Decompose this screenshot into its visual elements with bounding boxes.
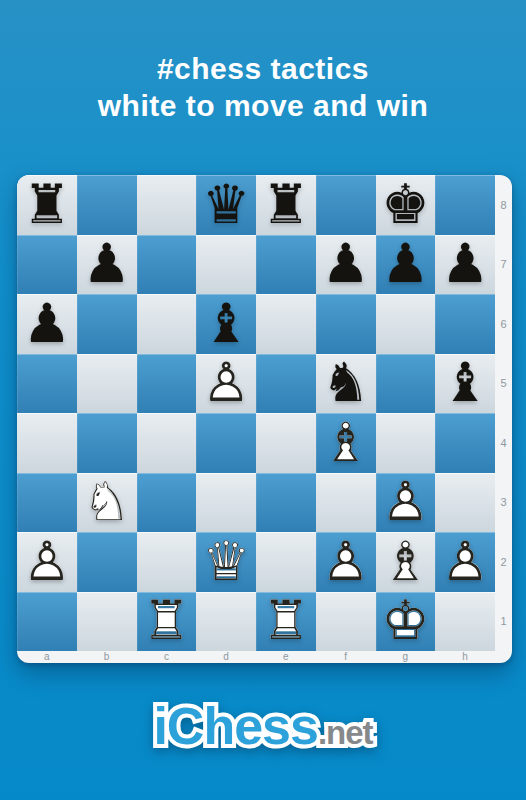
page-title: #chess tactics white to move and win [0, 50, 526, 124]
black-rook: ♜ [17, 175, 77, 235]
square-d6[interactable]: ♝ [196, 294, 256, 354]
square-c6[interactable] [137, 294, 197, 354]
square-e3[interactable] [256, 473, 316, 533]
rank-label-2: 2 [495, 532, 512, 592]
square-f5[interactable]: ♞ [316, 354, 376, 414]
file-label-d: d [196, 651, 256, 663]
square-c2[interactable] [137, 532, 197, 592]
square-b3[interactable]: ♞♘ [77, 473, 137, 533]
black-queen: ♛ [196, 175, 256, 235]
white-bishop: ♝♗ [316, 413, 376, 473]
black-pawn: ♟ [77, 235, 137, 295]
square-b5[interactable] [77, 354, 137, 414]
square-c8[interactable] [137, 175, 197, 235]
rank-label-8: 8 [495, 175, 512, 235]
black-knight: ♞ [316, 354, 376, 414]
square-g5[interactable] [376, 354, 436, 414]
white-bishop: ♝♗ [376, 532, 436, 592]
title-line-2: white to move and win [0, 87, 526, 124]
square-g1[interactable]: ♚♔ [376, 592, 436, 652]
rank-label-3: 3 [495, 473, 512, 533]
square-b8[interactable] [77, 175, 137, 235]
square-e1[interactable]: ♜♖ [256, 592, 316, 652]
square-f6[interactable] [316, 294, 376, 354]
chess-board: ♜♛♜♚♟♟♟♟♟♝♟♙♞♝♝♗♞♘♟♙♟♙♛♕♟♙♝♗♟♙♜♖♜♖♚♔ 876… [17, 175, 512, 663]
page: #chess tactics white to move and win ♜♛♜… [0, 0, 526, 800]
square-d8[interactable]: ♛ [196, 175, 256, 235]
board-squares: ♜♛♜♚♟♟♟♟♟♝♟♙♞♝♝♗♞♘♟♙♟♙♛♕♟♙♝♗♟♙♜♖♜♖♚♔ [17, 175, 495, 651]
square-d4[interactable] [196, 413, 256, 473]
square-h6[interactable] [435, 294, 495, 354]
square-d1[interactable] [196, 592, 256, 652]
square-e8[interactable]: ♜ [256, 175, 316, 235]
rank-label-6: 6 [495, 294, 512, 354]
black-king: ♚ [376, 175, 436, 235]
black-pawn: ♟ [376, 235, 436, 295]
white-pawn: ♟♙ [196, 354, 256, 414]
square-f2[interactable]: ♟♙ [316, 532, 376, 592]
file-label-f: f [316, 651, 376, 663]
white-pawn: ♟♙ [17, 532, 77, 592]
square-a1[interactable] [17, 592, 77, 652]
file-label-g: g [376, 651, 436, 663]
square-f4[interactable]: ♝♗ [316, 413, 376, 473]
square-f8[interactable] [316, 175, 376, 235]
square-a6[interactable]: ♟ [17, 294, 77, 354]
square-h3[interactable] [435, 473, 495, 533]
square-g2[interactable]: ♝♗ [376, 532, 436, 592]
square-g4[interactable] [376, 413, 436, 473]
square-a5[interactable] [17, 354, 77, 414]
rank-label-1: 1 [495, 592, 512, 652]
square-b4[interactable] [77, 413, 137, 473]
square-h7[interactable]: ♟ [435, 235, 495, 295]
black-pawn: ♟ [316, 235, 376, 295]
white-knight: ♞♘ [77, 473, 137, 533]
square-a7[interactable] [17, 235, 77, 295]
square-e5[interactable] [256, 354, 316, 414]
square-e4[interactable] [256, 413, 316, 473]
white-pawn: ♟♙ [435, 532, 495, 592]
square-g8[interactable]: ♚ [376, 175, 436, 235]
square-d3[interactable] [196, 473, 256, 533]
square-c5[interactable] [137, 354, 197, 414]
square-h4[interactable] [435, 413, 495, 473]
ichess-logo-text: iChess.net [0, 696, 526, 756]
white-king: ♚♔ [376, 592, 436, 652]
file-labels: abcdefgh [17, 651, 495, 663]
square-b6[interactable] [77, 294, 137, 354]
square-h5[interactable]: ♝ [435, 354, 495, 414]
square-c3[interactable] [137, 473, 197, 533]
square-a2[interactable]: ♟♙ [17, 532, 77, 592]
square-h8[interactable] [435, 175, 495, 235]
square-g7[interactable]: ♟ [376, 235, 436, 295]
rank-label-7: 7 [495, 235, 512, 295]
ichess-logo: iChess.net iChess.net [0, 696, 526, 766]
square-d5[interactable]: ♟♙ [196, 354, 256, 414]
black-pawn: ♟ [17, 294, 77, 354]
white-rook: ♜♖ [256, 592, 316, 652]
square-c1[interactable]: ♜♖ [137, 592, 197, 652]
square-f3[interactable] [316, 473, 376, 533]
file-label-h: h [435, 651, 495, 663]
white-queen: ♛♕ [196, 532, 256, 592]
square-g6[interactable] [376, 294, 436, 354]
black-bishop: ♝ [435, 354, 495, 414]
square-d7[interactable] [196, 235, 256, 295]
square-f7[interactable]: ♟ [316, 235, 376, 295]
square-b2[interactable] [77, 532, 137, 592]
square-c7[interactable] [137, 235, 197, 295]
square-f1[interactable] [316, 592, 376, 652]
file-label-a: a [17, 651, 77, 663]
square-h1[interactable] [435, 592, 495, 652]
square-d2[interactable]: ♛♕ [196, 532, 256, 592]
white-rook: ♜♖ [137, 592, 197, 652]
rank-labels: 87654321 [495, 175, 512, 651]
file-label-c: c [137, 651, 197, 663]
rank-label-5: 5 [495, 354, 512, 414]
file-label-e: e [256, 651, 316, 663]
square-e6[interactable] [256, 294, 316, 354]
square-h2[interactable]: ♟♙ [435, 532, 495, 592]
black-pawn: ♟ [435, 235, 495, 295]
square-g3[interactable]: ♟♙ [376, 473, 436, 533]
title-line-1: #chess tactics [0, 50, 526, 87]
square-a3[interactable] [17, 473, 77, 533]
square-a8[interactable]: ♜ [17, 175, 77, 235]
file-label-b: b [77, 651, 137, 663]
square-c4[interactable] [137, 413, 197, 473]
square-e2[interactable] [256, 532, 316, 592]
white-pawn: ♟♙ [316, 532, 376, 592]
square-a4[interactable] [17, 413, 77, 473]
square-b7[interactable]: ♟ [77, 235, 137, 295]
black-rook: ♜ [256, 175, 316, 235]
white-pawn: ♟♙ [376, 473, 436, 533]
black-bishop: ♝ [196, 294, 256, 354]
rank-label-4: 4 [495, 413, 512, 473]
square-e7[interactable] [256, 235, 316, 295]
square-b1[interactable] [77, 592, 137, 652]
